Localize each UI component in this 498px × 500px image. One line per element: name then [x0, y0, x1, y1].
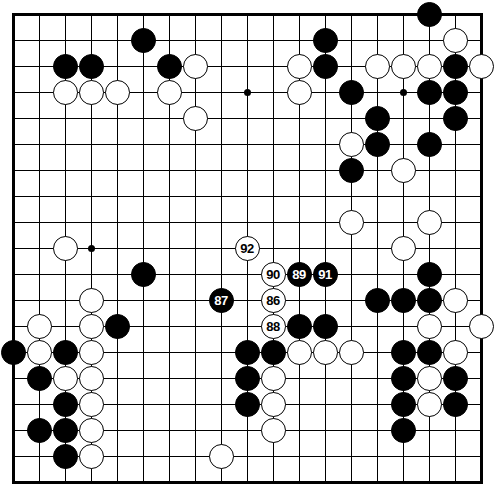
stone-black	[417, 80, 442, 105]
stone-black	[287, 314, 312, 339]
stone-white	[417, 314, 442, 339]
stone-black	[365, 106, 390, 131]
stone-black	[339, 80, 364, 105]
stone-white	[53, 80, 78, 105]
stone-black	[443, 366, 468, 391]
stone-white-move-88: 88	[261, 314, 286, 339]
stone-white	[79, 366, 104, 391]
stone-black	[79, 54, 104, 79]
stone-white	[443, 340, 468, 365]
stone-black	[417, 340, 442, 365]
grid-line-vertical	[325, 13, 326, 484]
stone-white	[287, 54, 312, 79]
hoshi-point	[88, 245, 95, 252]
stone-white	[339, 132, 364, 157]
stone-black	[339, 158, 364, 183]
stone-white	[313, 340, 338, 365]
stone-white	[287, 340, 312, 365]
stone-white	[79, 392, 104, 417]
stone-black	[443, 392, 468, 417]
stone-black	[365, 132, 390, 157]
stone-black	[53, 392, 78, 417]
stone-black	[391, 392, 416, 417]
stone-black	[53, 54, 78, 79]
stone-white	[79, 340, 104, 365]
stone-white	[53, 366, 78, 391]
stone-white	[27, 314, 52, 339]
stone-black	[443, 54, 468, 79]
stone-white	[53, 236, 78, 261]
stone-white	[79, 444, 104, 469]
stone-white	[469, 314, 494, 339]
stone-white	[469, 54, 494, 79]
stone-white	[261, 418, 286, 443]
stone-black	[235, 366, 260, 391]
stone-white	[79, 80, 104, 105]
stone-black	[261, 340, 286, 365]
stone-white	[105, 80, 130, 105]
stone-black	[53, 444, 78, 469]
go-board-diagram: 92908991878688	[0, 0, 498, 500]
stone-black	[235, 340, 260, 365]
hoshi-point	[244, 89, 251, 96]
stone-white	[183, 54, 208, 79]
stone-black	[443, 106, 468, 131]
grid-line-vertical	[377, 13, 378, 484]
stone-black	[1, 340, 26, 365]
stone-white	[261, 392, 286, 417]
stone-black	[313, 314, 338, 339]
stone-black	[391, 418, 416, 443]
grid-line-horizontal	[12, 481, 483, 484]
stone-black-move-89: 89	[287, 262, 312, 287]
stone-black	[417, 132, 442, 157]
stone-white	[417, 210, 442, 235]
stone-white	[443, 28, 468, 53]
stone-white	[391, 158, 416, 183]
move-number-label: 90	[266, 268, 279, 281]
stone-black	[313, 28, 338, 53]
stone-black	[313, 54, 338, 79]
move-number-label: 91	[318, 268, 331, 281]
stone-white	[365, 54, 390, 79]
grid-line-vertical	[480, 13, 483, 484]
stone-white	[79, 314, 104, 339]
stone-white	[261, 366, 286, 391]
stone-white	[183, 106, 208, 131]
move-number-label: 86	[266, 294, 279, 307]
stone-black	[131, 262, 156, 287]
grid-line-horizontal	[12, 274, 483, 275]
stone-white	[79, 418, 104, 443]
stone-white	[209, 444, 234, 469]
stone-black	[391, 288, 416, 313]
stone-black	[105, 314, 130, 339]
stone-black	[27, 366, 52, 391]
stone-white	[79, 288, 104, 313]
stone-black	[365, 288, 390, 313]
move-number-label: 92	[240, 242, 253, 255]
stone-white	[417, 366, 442, 391]
stone-white	[417, 392, 442, 417]
stone-white	[443, 288, 468, 313]
stone-white-move-92: 92	[235, 236, 260, 261]
stone-white	[417, 54, 442, 79]
stone-white	[157, 80, 182, 105]
stone-white	[339, 210, 364, 235]
stone-white-move-86: 86	[261, 288, 286, 313]
move-number-label: 88	[266, 320, 279, 333]
stone-black	[53, 340, 78, 365]
stone-black	[417, 2, 442, 27]
stone-black	[27, 418, 52, 443]
stone-white	[391, 54, 416, 79]
stone-black-move-87: 87	[209, 288, 234, 313]
stone-white-move-90: 90	[261, 262, 286, 287]
stone-black	[53, 418, 78, 443]
stone-black	[443, 80, 468, 105]
stone-white	[287, 80, 312, 105]
hoshi-point	[400, 89, 407, 96]
stone-black	[391, 366, 416, 391]
stone-black	[417, 288, 442, 313]
stone-white	[27, 340, 52, 365]
move-number-label: 87	[214, 294, 227, 307]
stone-black	[235, 392, 260, 417]
stone-black	[131, 28, 156, 53]
stone-black	[157, 54, 182, 79]
stone-white	[339, 340, 364, 365]
go-board: 92908991878688	[0, 0, 498, 500]
move-number-label: 89	[292, 268, 305, 281]
stone-black-move-91: 91	[313, 262, 338, 287]
stone-black	[417, 262, 442, 287]
stone-white	[391, 236, 416, 261]
stone-black	[391, 340, 416, 365]
